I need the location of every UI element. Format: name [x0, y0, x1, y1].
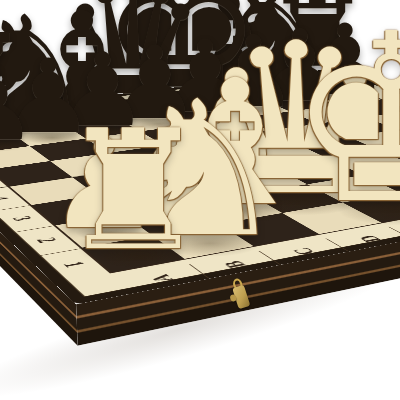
piece-light-rook[interactable]: ♜: [59, 108, 208, 274]
pieces-layer: ♜♞♝♛♚♝♞♜♟♟♟♟♟♟♟♟♟♟♟♝♛♜♞♚♝: [0, 0, 400, 400]
piece-dark-pawn[interactable]: ♟: [0, 53, 37, 155]
photo-canvas: 87654321 ABCDEFGH ♜♞♝♛♚♝♞♜♟♟♟♟♟♟♟♟♟♟♟♝♛♜…: [0, 0, 400, 400]
